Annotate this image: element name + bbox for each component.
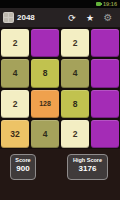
high-score-value: 3176 xyxy=(68,164,107,174)
app-screen: 19:16 2048 ⟳ ★ ⚙ 2 2 4 8 4 2 128 8 32 4 … xyxy=(0,0,120,200)
tile: 4 xyxy=(1,59,29,87)
high-score-panel: High Score 3176 xyxy=(67,154,108,180)
tile: 2 xyxy=(1,90,29,118)
tile xyxy=(91,120,119,148)
score-panel: Score 900 xyxy=(10,154,36,180)
tile: 128 xyxy=(31,90,59,118)
game-board[interactable]: 2 2 4 8 4 2 128 8 32 4 2 xyxy=(0,28,120,149)
app-bar: 2048 ⟳ ★ ⚙ xyxy=(0,8,120,28)
tile: 2 xyxy=(1,29,29,57)
app-launcher-icon xyxy=(3,12,14,23)
score-label: Score xyxy=(11,157,35,164)
refresh-icon[interactable]: ⟳ xyxy=(63,8,81,28)
score-value: 900 xyxy=(11,164,35,174)
app-title: 2048 xyxy=(17,13,63,22)
tile: 4 xyxy=(31,120,59,148)
tile xyxy=(91,29,119,57)
gear-icon[interactable]: ⚙ xyxy=(99,8,117,28)
star-icon[interactable]: ★ xyxy=(81,8,99,28)
tile: 2 xyxy=(61,29,89,57)
tile: 8 xyxy=(31,59,59,87)
high-score-label: High Score xyxy=(68,157,107,164)
tile xyxy=(91,59,119,87)
tile: 4 xyxy=(61,59,89,87)
tile: 32 xyxy=(1,120,29,148)
battery-icon xyxy=(96,2,101,6)
status-clock: 19:16 xyxy=(103,1,117,7)
tile xyxy=(31,29,59,57)
tile: 2 xyxy=(61,120,89,148)
tile: 8 xyxy=(61,90,89,118)
tile xyxy=(91,90,119,118)
